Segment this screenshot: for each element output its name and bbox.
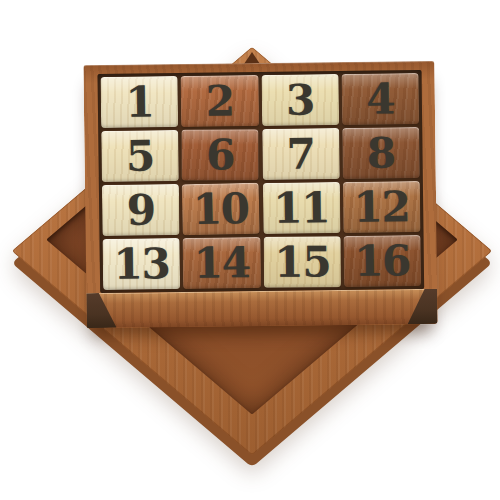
tile-15[interactable]: 15 [263, 236, 341, 287]
tile-14[interactable]: 14 [183, 237, 261, 289]
tray-front-face [86, 289, 437, 328]
puzzle-tray: 12345678910111213141516 [83, 61, 437, 328]
tile-6[interactable]: 6 [182, 129, 259, 180]
tray-corner-joint-right [407, 289, 437, 324]
tile-9[interactable]: 9 [102, 184, 180, 236]
tile-4[interactable]: 4 [341, 73, 419, 125]
tile-2[interactable]: 2 [181, 75, 259, 127]
tile-10[interactable]: 10 [182, 183, 260, 236]
tray-corner-joint-left [86, 293, 116, 328]
tile-1[interactable]: 1 [101, 76, 179, 128]
tile-5[interactable]: 5 [101, 130, 179, 182]
puzzle-grid: 12345678910111213141516 [98, 70, 425, 293]
product-photo-sliding-puzzle: 12345678910111213141516 [0, 0, 500, 500]
tile-7[interactable]: 7 [262, 128, 340, 180]
tile-11[interactable]: 11 [262, 182, 340, 234]
tile-3[interactable]: 3 [261, 74, 339, 126]
tile-13[interactable]: 13 [103, 238, 181, 290]
tile-16[interactable]: 16 [343, 235, 421, 287]
tile-8[interactable]: 8 [342, 127, 420, 179]
tile-12[interactable]: 12 [343, 181, 421, 233]
